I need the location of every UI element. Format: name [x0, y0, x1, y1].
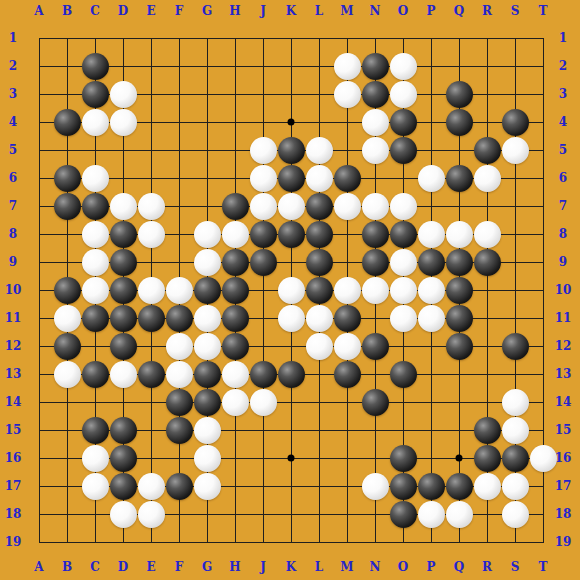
- intersection[interactable]: [249, 304, 277, 332]
- intersection[interactable]: [445, 24, 473, 52]
- intersection[interactable]: [81, 528, 109, 556]
- intersection[interactable]: [305, 332, 333, 360]
- intersection[interactable]: [529, 136, 557, 164]
- intersection[interactable]: [529, 360, 557, 388]
- intersection[interactable]: [193, 360, 221, 388]
- intersection[interactable]: [305, 24, 333, 52]
- intersection[interactable]: [305, 472, 333, 500]
- intersection[interactable]: [473, 388, 501, 416]
- intersection[interactable]: [53, 528, 81, 556]
- intersection[interactable]: [25, 164, 53, 192]
- intersection[interactable]: [473, 192, 501, 220]
- intersection[interactable]: [165, 360, 193, 388]
- intersection[interactable]: [445, 52, 473, 80]
- intersection[interactable]: [53, 136, 81, 164]
- intersection[interactable]: [361, 136, 389, 164]
- intersection[interactable]: [277, 164, 305, 192]
- intersection[interactable]: [25, 220, 53, 248]
- intersection[interactable]: [529, 52, 557, 80]
- intersection[interactable]: [81, 136, 109, 164]
- intersection[interactable]: [333, 276, 361, 304]
- intersection[interactable]: [529, 108, 557, 136]
- intersection[interactable]: [333, 528, 361, 556]
- intersection[interactable]: [221, 388, 249, 416]
- intersection[interactable]: [417, 248, 445, 276]
- intersection[interactable]: [81, 24, 109, 52]
- intersection[interactable]: [417, 52, 445, 80]
- intersection[interactable]: [445, 304, 473, 332]
- intersection[interactable]: [501, 192, 529, 220]
- intersection[interactable]: [445, 220, 473, 248]
- intersection[interactable]: [249, 24, 277, 52]
- intersection[interactable]: [361, 472, 389, 500]
- intersection[interactable]: [501, 24, 529, 52]
- intersection[interactable]: [501, 276, 529, 304]
- intersection[interactable]: [249, 80, 277, 108]
- intersection[interactable]: [501, 332, 529, 360]
- intersection[interactable]: [473, 164, 501, 192]
- intersection[interactable]: [25, 80, 53, 108]
- intersection[interactable]: [193, 332, 221, 360]
- intersection[interactable]: [445, 136, 473, 164]
- intersection[interactable]: [473, 444, 501, 472]
- intersection[interactable]: [165, 248, 193, 276]
- intersection[interactable]: [277, 472, 305, 500]
- intersection[interactable]: [53, 192, 81, 220]
- intersection[interactable]: [109, 248, 137, 276]
- intersection[interactable]: [501, 136, 529, 164]
- intersection[interactable]: [53, 360, 81, 388]
- intersection[interactable]: [81, 276, 109, 304]
- intersection[interactable]: [53, 164, 81, 192]
- intersection[interactable]: [417, 528, 445, 556]
- intersection[interactable]: [305, 220, 333, 248]
- intersection[interactable]: [501, 164, 529, 192]
- intersection[interactable]: [473, 24, 501, 52]
- intersection[interactable]: [473, 136, 501, 164]
- intersection[interactable]: [361, 108, 389, 136]
- intersection[interactable]: [249, 332, 277, 360]
- intersection[interactable]: [53, 444, 81, 472]
- intersection[interactable]: [333, 388, 361, 416]
- intersection[interactable]: [529, 80, 557, 108]
- intersection[interactable]: [137, 472, 165, 500]
- intersection[interactable]: [81, 220, 109, 248]
- intersection[interactable]: [249, 52, 277, 80]
- intersection[interactable]: [417, 136, 445, 164]
- intersection[interactable]: [361, 528, 389, 556]
- intersection[interactable]: [473, 220, 501, 248]
- intersection[interactable]: [417, 192, 445, 220]
- intersection[interactable]: [193, 248, 221, 276]
- intersection[interactable]: [249, 108, 277, 136]
- intersection[interactable]: [501, 444, 529, 472]
- intersection[interactable]: [137, 444, 165, 472]
- intersection[interactable]: [277, 500, 305, 528]
- intersection[interactable]: [333, 136, 361, 164]
- intersection[interactable]: [165, 220, 193, 248]
- intersection[interactable]: [193, 500, 221, 528]
- intersection[interactable]: [137, 248, 165, 276]
- intersection[interactable]: [165, 304, 193, 332]
- intersection[interactable]: [81, 444, 109, 472]
- intersection[interactable]: [473, 528, 501, 556]
- intersection[interactable]: [361, 416, 389, 444]
- intersection[interactable]: [417, 304, 445, 332]
- intersection[interactable]: [137, 304, 165, 332]
- intersection[interactable]: [305, 192, 333, 220]
- intersection[interactable]: [305, 528, 333, 556]
- intersection[interactable]: [305, 108, 333, 136]
- intersection[interactable]: [277, 80, 305, 108]
- intersection[interactable]: [305, 416, 333, 444]
- intersection[interactable]: [81, 332, 109, 360]
- intersection[interactable]: [221, 528, 249, 556]
- intersection[interactable]: [221, 80, 249, 108]
- intersection[interactable]: [389, 24, 417, 52]
- intersection[interactable]: [137, 416, 165, 444]
- intersection[interactable]: [193, 164, 221, 192]
- intersection[interactable]: [221, 472, 249, 500]
- intersection[interactable]: [165, 528, 193, 556]
- intersection[interactable]: [25, 416, 53, 444]
- intersection[interactable]: [137, 80, 165, 108]
- intersection[interactable]: [361, 192, 389, 220]
- intersection[interactable]: [221, 24, 249, 52]
- intersection[interactable]: [417, 108, 445, 136]
- intersection[interactable]: [109, 80, 137, 108]
- intersection[interactable]: [193, 108, 221, 136]
- intersection[interactable]: [25, 276, 53, 304]
- intersection[interactable]: [529, 248, 557, 276]
- intersection[interactable]: [25, 332, 53, 360]
- intersection[interactable]: [53, 500, 81, 528]
- intersection[interactable]: [81, 164, 109, 192]
- intersection[interactable]: [277, 248, 305, 276]
- intersection[interactable]: [529, 416, 557, 444]
- intersection[interactable]: [473, 52, 501, 80]
- intersection[interactable]: [445, 528, 473, 556]
- intersection[interactable]: [81, 80, 109, 108]
- intersection[interactable]: [25, 444, 53, 472]
- intersection[interactable]: [389, 360, 417, 388]
- intersection[interactable]: [165, 416, 193, 444]
- intersection[interactable]: [445, 388, 473, 416]
- intersection[interactable]: [25, 360, 53, 388]
- intersection[interactable]: [165, 52, 193, 80]
- intersection[interactable]: [81, 192, 109, 220]
- intersection[interactable]: [221, 416, 249, 444]
- intersection[interactable]: [137, 220, 165, 248]
- intersection[interactable]: [53, 276, 81, 304]
- intersection[interactable]: [501, 80, 529, 108]
- intersection[interactable]: [417, 360, 445, 388]
- intersection[interactable]: [25, 192, 53, 220]
- intersection[interactable]: [389, 416, 417, 444]
- intersection[interactable]: [277, 360, 305, 388]
- intersection[interactable]: [501, 528, 529, 556]
- intersection[interactable]: [81, 52, 109, 80]
- intersection[interactable]: [249, 248, 277, 276]
- intersection[interactable]: [277, 304, 305, 332]
- intersection[interactable]: [137, 164, 165, 192]
- intersection[interactable]: [109, 332, 137, 360]
- intersection[interactable]: [193, 220, 221, 248]
- intersection[interactable]: [501, 220, 529, 248]
- intersection[interactable]: [25, 136, 53, 164]
- intersection[interactable]: [445, 416, 473, 444]
- intersection[interactable]: [389, 500, 417, 528]
- intersection[interactable]: [305, 80, 333, 108]
- intersection[interactable]: [193, 528, 221, 556]
- intersection[interactable]: [221, 500, 249, 528]
- intersection[interactable]: [361, 52, 389, 80]
- intersection[interactable]: [277, 416, 305, 444]
- intersection[interactable]: [473, 472, 501, 500]
- intersection[interactable]: [417, 276, 445, 304]
- intersection[interactable]: [445, 472, 473, 500]
- intersection[interactable]: [389, 108, 417, 136]
- intersection[interactable]: [81, 388, 109, 416]
- intersection[interactable]: [277, 24, 305, 52]
- intersection[interactable]: [361, 80, 389, 108]
- intersection[interactable]: [529, 388, 557, 416]
- intersection[interactable]: [53, 52, 81, 80]
- intersection[interactable]: [529, 220, 557, 248]
- intersection[interactable]: [25, 472, 53, 500]
- intersection[interactable]: [445, 108, 473, 136]
- intersection[interactable]: [53, 388, 81, 416]
- intersection[interactable]: [529, 24, 557, 52]
- intersection[interactable]: [305, 500, 333, 528]
- intersection[interactable]: [25, 304, 53, 332]
- intersection[interactable]: [473, 500, 501, 528]
- intersection[interactable]: [53, 24, 81, 52]
- intersection[interactable]: [501, 416, 529, 444]
- intersection[interactable]: [221, 248, 249, 276]
- intersection[interactable]: [445, 192, 473, 220]
- intersection[interactable]: [417, 500, 445, 528]
- intersection[interactable]: [249, 444, 277, 472]
- intersection[interactable]: [501, 472, 529, 500]
- intersection[interactable]: [137, 24, 165, 52]
- intersection[interactable]: [333, 444, 361, 472]
- intersection[interactable]: [529, 444, 557, 472]
- intersection[interactable]: [249, 388, 277, 416]
- intersection[interactable]: [529, 304, 557, 332]
- intersection[interactable]: [137, 528, 165, 556]
- intersection[interactable]: [25, 528, 53, 556]
- intersection[interactable]: [417, 388, 445, 416]
- intersection[interactable]: [277, 192, 305, 220]
- intersection[interactable]: [333, 332, 361, 360]
- intersection[interactable]: [333, 304, 361, 332]
- intersection[interactable]: [277, 108, 305, 136]
- intersection[interactable]: [165, 24, 193, 52]
- intersection[interactable]: [305, 276, 333, 304]
- intersection[interactable]: [193, 24, 221, 52]
- intersection[interactable]: [361, 304, 389, 332]
- intersection[interactable]: [277, 388, 305, 416]
- intersection[interactable]: [417, 416, 445, 444]
- intersection[interactable]: [109, 220, 137, 248]
- intersection[interactable]: [305, 52, 333, 80]
- intersection[interactable]: [473, 80, 501, 108]
- intersection[interactable]: [137, 276, 165, 304]
- intersection[interactable]: [165, 164, 193, 192]
- intersection[interactable]: [305, 248, 333, 276]
- intersection[interactable]: [529, 164, 557, 192]
- intersection[interactable]: [389, 136, 417, 164]
- intersection[interactable]: [137, 52, 165, 80]
- intersection[interactable]: [417, 220, 445, 248]
- intersection[interactable]: [109, 136, 137, 164]
- intersection[interactable]: [277, 332, 305, 360]
- intersection[interactable]: [305, 388, 333, 416]
- intersection[interactable]: [109, 304, 137, 332]
- intersection[interactable]: [389, 192, 417, 220]
- intersection[interactable]: [249, 528, 277, 556]
- intersection[interactable]: [53, 80, 81, 108]
- intersection[interactable]: [473, 416, 501, 444]
- intersection[interactable]: [25, 52, 53, 80]
- intersection[interactable]: [445, 500, 473, 528]
- intersection[interactable]: [221, 192, 249, 220]
- intersection[interactable]: [473, 304, 501, 332]
- intersection[interactable]: [529, 192, 557, 220]
- intersection[interactable]: [165, 332, 193, 360]
- intersection[interactable]: [221, 332, 249, 360]
- intersection[interactable]: [389, 220, 417, 248]
- intersection[interactable]: [53, 472, 81, 500]
- intersection[interactable]: [361, 248, 389, 276]
- intersection[interactable]: [221, 276, 249, 304]
- intersection[interactable]: [417, 472, 445, 500]
- intersection[interactable]: [361, 388, 389, 416]
- intersection[interactable]: [109, 108, 137, 136]
- intersection[interactable]: [109, 192, 137, 220]
- intersection[interactable]: [249, 220, 277, 248]
- intersection[interactable]: [473, 248, 501, 276]
- intersection[interactable]: [137, 136, 165, 164]
- intersection[interactable]: [333, 248, 361, 276]
- intersection[interactable]: [165, 444, 193, 472]
- intersection[interactable]: [389, 52, 417, 80]
- intersection[interactable]: [389, 80, 417, 108]
- intersection[interactable]: [277, 52, 305, 80]
- intersection[interactable]: [389, 332, 417, 360]
- intersection[interactable]: [109, 276, 137, 304]
- intersection[interactable]: [501, 304, 529, 332]
- intersection[interactable]: [389, 304, 417, 332]
- intersection[interactable]: [389, 276, 417, 304]
- intersection[interactable]: [277, 528, 305, 556]
- intersection[interactable]: [473, 360, 501, 388]
- intersection[interactable]: [53, 220, 81, 248]
- intersection[interactable]: [249, 416, 277, 444]
- intersection[interactable]: [333, 24, 361, 52]
- intersection[interactable]: [305, 304, 333, 332]
- intersection[interactable]: [109, 52, 137, 80]
- intersection[interactable]: [445, 80, 473, 108]
- intersection[interactable]: [165, 500, 193, 528]
- intersection[interactable]: [501, 52, 529, 80]
- intersection[interactable]: [305, 136, 333, 164]
- intersection[interactable]: [137, 108, 165, 136]
- intersection[interactable]: [193, 472, 221, 500]
- intersection[interactable]: [389, 528, 417, 556]
- intersection[interactable]: [529, 276, 557, 304]
- intersection[interactable]: [305, 164, 333, 192]
- intersection[interactable]: [221, 444, 249, 472]
- intersection[interactable]: [249, 360, 277, 388]
- intersection[interactable]: [193, 192, 221, 220]
- intersection[interactable]: [109, 360, 137, 388]
- intersection[interactable]: [389, 164, 417, 192]
- intersection[interactable]: [109, 472, 137, 500]
- intersection[interactable]: [193, 444, 221, 472]
- intersection[interactable]: [445, 276, 473, 304]
- intersection[interactable]: [305, 360, 333, 388]
- intersection[interactable]: [417, 444, 445, 472]
- intersection[interactable]: [25, 108, 53, 136]
- intersection[interactable]: [277, 136, 305, 164]
- intersection[interactable]: [81, 500, 109, 528]
- intersection[interactable]: [529, 472, 557, 500]
- intersection[interactable]: [501, 248, 529, 276]
- intersection[interactable]: [445, 360, 473, 388]
- intersection[interactable]: [165, 192, 193, 220]
- intersection[interactable]: [221, 360, 249, 388]
- intersection[interactable]: [137, 332, 165, 360]
- intersection[interactable]: [25, 500, 53, 528]
- intersection[interactable]: [501, 108, 529, 136]
- intersection[interactable]: [53, 108, 81, 136]
- intersection[interactable]: [25, 388, 53, 416]
- intersection[interactable]: [193, 136, 221, 164]
- intersection[interactable]: [333, 52, 361, 80]
- intersection[interactable]: [277, 276, 305, 304]
- intersection[interactable]: [221, 304, 249, 332]
- intersection[interactable]: [333, 360, 361, 388]
- intersection[interactable]: [249, 164, 277, 192]
- intersection[interactable]: [277, 220, 305, 248]
- intersection[interactable]: [165, 80, 193, 108]
- intersection[interactable]: [137, 500, 165, 528]
- intersection[interactable]: [333, 192, 361, 220]
- intersection[interactable]: [501, 360, 529, 388]
- intersection[interactable]: [333, 164, 361, 192]
- intersection[interactable]: [137, 388, 165, 416]
- intersection[interactable]: [249, 136, 277, 164]
- intersection[interactable]: [109, 444, 137, 472]
- intersection[interactable]: [53, 332, 81, 360]
- intersection[interactable]: [333, 220, 361, 248]
- intersection[interactable]: [249, 500, 277, 528]
- intersection[interactable]: [165, 108, 193, 136]
- intersection[interactable]: [389, 248, 417, 276]
- intersection[interactable]: [473, 332, 501, 360]
- intersection[interactable]: [333, 108, 361, 136]
- intersection[interactable]: [277, 444, 305, 472]
- intersection[interactable]: [53, 416, 81, 444]
- intersection[interactable]: [109, 388, 137, 416]
- intersection[interactable]: [501, 500, 529, 528]
- intersection[interactable]: [529, 500, 557, 528]
- intersection[interactable]: [333, 500, 361, 528]
- intersection[interactable]: [137, 360, 165, 388]
- intersection[interactable]: [473, 276, 501, 304]
